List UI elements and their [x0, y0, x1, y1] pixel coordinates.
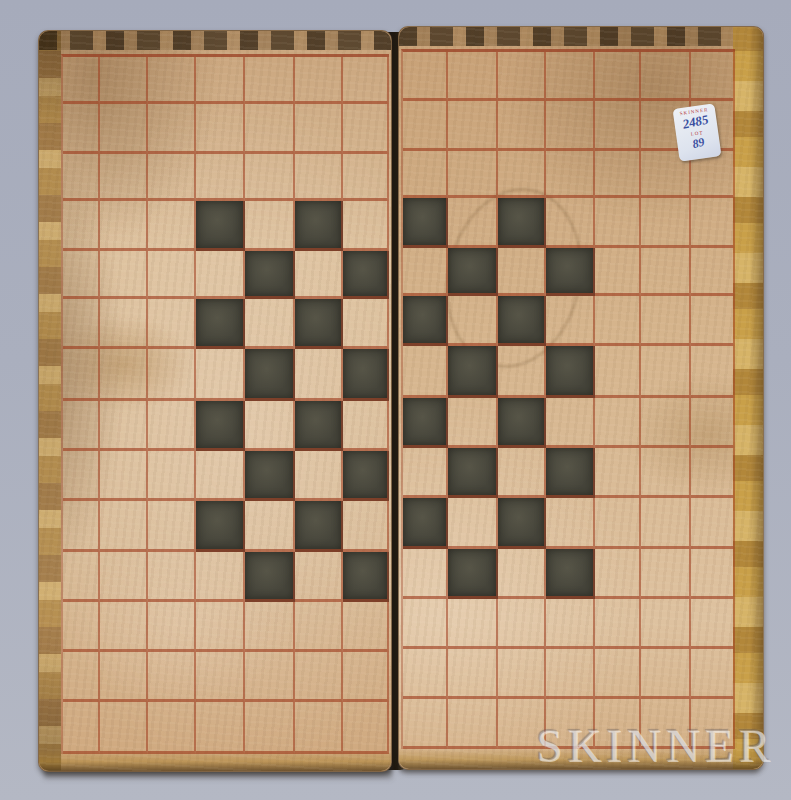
right-cell-r12c7	[691, 599, 735, 649]
left-cell-r9c7	[343, 451, 389, 501]
left-board-grid	[61, 54, 389, 754]
right-cell-r10c1	[403, 498, 448, 549]
left-cell-r3c3	[148, 154, 196, 201]
left-cell-r14c1	[63, 702, 100, 754]
left-cell-r8c7	[343, 401, 389, 451]
left-cell-r14c4	[196, 702, 245, 754]
left-cell-r13c6	[295, 652, 343, 702]
right-cell-r13c1	[403, 649, 448, 699]
left-cell-r10c7	[343, 501, 389, 552]
right-cell-r7c4	[546, 346, 595, 398]
right-cell-r9c1	[403, 448, 448, 498]
right-cell-r1c1	[403, 52, 448, 101]
left-cell-r8c4	[196, 401, 245, 451]
right-cell-r1c2	[448, 52, 498, 101]
left-cell-r7c2	[100, 349, 148, 401]
left-cell-r5c4	[196, 251, 245, 299]
right-cell-r13c5	[595, 649, 641, 699]
left-cell-r6c5	[245, 299, 295, 349]
left-cell-r5c1	[63, 251, 100, 299]
right-cell-r11c5	[595, 549, 641, 599]
left-cell-r4c7	[343, 201, 389, 251]
left-cell-r10c4	[196, 501, 245, 552]
right-cell-r3c3	[498, 151, 546, 198]
right-cell-r6c2	[448, 296, 498, 346]
right-cell-r12c6	[641, 599, 691, 649]
left-cell-r3c7	[343, 154, 389, 201]
right-cell-r11c3	[498, 549, 546, 599]
right-cell-r4c4	[546, 198, 595, 248]
left-cell-r2c6	[295, 104, 343, 154]
left-cell-r4c4	[196, 201, 245, 251]
left-cell-r13c5	[245, 652, 295, 702]
left-cell-r14c2	[100, 702, 148, 754]
left-cell-r7c6	[295, 349, 343, 401]
right-cell-r10c2	[448, 498, 498, 549]
right-cell-r3c2	[448, 151, 498, 198]
right-cell-r5c1	[403, 248, 448, 296]
left-cell-r1c4	[196, 57, 245, 104]
left-cell-r1c5	[245, 57, 295, 104]
left-cell-r8c1	[63, 401, 100, 451]
left-cell-r3c4	[196, 154, 245, 201]
right-cell-r13c7	[691, 649, 735, 699]
left-cell-r3c1	[63, 154, 100, 201]
right-cell-r7c7	[691, 346, 735, 398]
left-cell-r9c1	[63, 451, 100, 501]
right-cell-r1c7	[691, 52, 735, 101]
right-cell-r13c3	[498, 649, 546, 699]
left-cell-r8c5	[245, 401, 295, 451]
right-cell-r8c6	[641, 398, 691, 448]
left-cell-r7c1	[63, 349, 100, 401]
left-cell-r2c7	[343, 104, 389, 154]
left-cell-r2c4	[196, 104, 245, 154]
right-cell-r9c3	[498, 448, 546, 498]
right-cell-r8c5	[595, 398, 641, 448]
left-cell-r6c7	[343, 299, 389, 349]
right-cell-r10c4	[546, 498, 595, 549]
right-cell-r1c5	[595, 52, 641, 101]
left-cell-r4c5	[245, 201, 295, 251]
left-cell-r9c4	[196, 451, 245, 501]
right-cell-r8c3	[498, 398, 546, 448]
right-cell-r6c1	[403, 296, 448, 346]
right-cell-r12c2	[448, 599, 498, 649]
left-cell-r10c5	[245, 501, 295, 552]
right-cell-r3c5	[595, 151, 641, 198]
right-cell-r2c3	[498, 101, 546, 151]
left-cell-r10c2	[100, 501, 148, 552]
auction-lot-sticker: SKINNER 2485 LOT 89	[673, 103, 722, 161]
left-cell-r12c6	[295, 602, 343, 652]
left-cell-r9c2	[100, 451, 148, 501]
right-cell-r10c5	[595, 498, 641, 549]
left-cell-r8c3	[148, 401, 196, 451]
left-cell-r10c3	[148, 501, 196, 552]
left-cell-r12c2	[100, 602, 148, 652]
right-cell-r3c1	[403, 151, 448, 198]
left-cell-r2c3	[148, 104, 196, 154]
right-cell-r7c1	[403, 346, 448, 398]
left-cell-r12c7	[343, 602, 389, 652]
right-cell-r7c5	[595, 346, 641, 398]
right-cell-r6c6	[641, 296, 691, 346]
right-cell-r9c7	[691, 448, 735, 498]
right-cell-r5c2	[448, 248, 498, 296]
right-cell-r2c1	[403, 101, 448, 151]
right-cell-r13c2	[448, 649, 498, 699]
left-cell-r2c5	[245, 104, 295, 154]
right-cell-r12c1	[403, 599, 448, 649]
right-cell-r5c5	[595, 248, 641, 296]
left-cell-r7c7	[343, 349, 389, 401]
left-cell-r9c6	[295, 451, 343, 501]
left-panel-side-edge	[39, 31, 61, 771]
left-cell-r5c6	[295, 251, 343, 299]
right-cell-r6c3	[498, 296, 546, 346]
right-cell-r1c6	[641, 52, 691, 101]
left-cell-r11c6	[295, 552, 343, 602]
left-cell-r10c1	[63, 501, 100, 552]
left-cell-r1c2	[100, 57, 148, 104]
right-cell-r10c6	[641, 498, 691, 549]
right-cell-r4c6	[641, 198, 691, 248]
right-cell-r4c5	[595, 198, 641, 248]
skinner-watermark: SKINNER	[536, 718, 775, 772]
left-board-panel	[38, 30, 392, 772]
right-panel-top-grime	[399, 27, 763, 46]
right-cell-r8c2	[448, 398, 498, 448]
right-cell-r5c6	[641, 248, 691, 296]
right-cell-r2c4	[546, 101, 595, 151]
right-cell-r1c4	[546, 52, 595, 101]
auction-photo: SKINNER 2485 LOT 89 SKINNER	[0, 0, 791, 800]
right-cell-r5c4	[546, 248, 595, 296]
right-cell-r14c1	[403, 699, 448, 749]
left-cell-r8c2	[100, 401, 148, 451]
right-cell-r9c2	[448, 448, 498, 498]
right-cell-r11c6	[641, 549, 691, 599]
left-cell-r5c2	[100, 251, 148, 299]
left-cell-r4c2	[100, 201, 148, 251]
left-cell-r8c6	[295, 401, 343, 451]
left-cell-r14c3	[148, 702, 196, 754]
left-cell-r13c3	[148, 652, 196, 702]
right-cell-r6c4	[546, 296, 595, 346]
right-cell-r13c6	[641, 649, 691, 699]
right-cell-r12c5	[595, 599, 641, 649]
right-cell-r4c7	[691, 198, 735, 248]
left-cell-r11c4	[196, 552, 245, 602]
left-cell-r5c7	[343, 251, 389, 299]
right-cell-r3c4	[546, 151, 595, 198]
left-cell-r9c5	[245, 451, 295, 501]
right-cell-r8c1	[403, 398, 448, 448]
right-cell-r11c7	[691, 549, 735, 599]
left-cell-r5c5	[245, 251, 295, 299]
left-cell-r11c7	[343, 552, 389, 602]
right-cell-r10c7	[691, 498, 735, 549]
right-cell-r4c1	[403, 198, 448, 248]
left-cell-r4c3	[148, 201, 196, 251]
right-cell-r5c3	[498, 248, 546, 296]
right-cell-r7c2	[448, 346, 498, 398]
left-cell-r1c7	[343, 57, 389, 104]
left-cell-r13c1	[63, 652, 100, 702]
left-cell-r5c3	[148, 251, 196, 299]
left-cell-r13c4	[196, 652, 245, 702]
right-cell-r12c3	[498, 599, 546, 649]
right-cell-r4c2	[448, 198, 498, 248]
left-cell-r4c6	[295, 201, 343, 251]
left-cell-r4c1	[63, 201, 100, 251]
left-cell-r6c2	[100, 299, 148, 349]
right-cell-r2c2	[448, 101, 498, 151]
left-cell-r7c5	[245, 349, 295, 401]
left-cell-r3c6	[295, 154, 343, 201]
left-cell-r2c1	[63, 104, 100, 154]
left-cell-r10c6	[295, 501, 343, 552]
right-cell-r9c6	[641, 448, 691, 498]
right-panel-side-edge	[733, 27, 763, 769]
left-cell-r1c3	[148, 57, 196, 104]
right-cell-r9c5	[595, 448, 641, 498]
left-cell-r12c3	[148, 602, 196, 652]
right-cell-r2c5	[595, 101, 641, 151]
left-cell-r2c2	[100, 104, 148, 154]
right-cell-r13c4	[546, 649, 595, 699]
left-cell-r13c2	[100, 652, 148, 702]
left-cell-r1c1	[63, 57, 100, 104]
left-cell-r12c5	[245, 602, 295, 652]
right-cell-r9c4	[546, 448, 595, 498]
left-cell-r12c4	[196, 602, 245, 652]
right-cell-r11c1	[403, 549, 448, 599]
right-cell-r4c3	[498, 198, 546, 248]
right-cell-r11c4	[546, 549, 595, 599]
right-cell-r6c7	[691, 296, 735, 346]
right-cell-r8c4	[546, 398, 595, 448]
left-cell-r7c4	[196, 349, 245, 401]
left-cell-r6c4	[196, 299, 245, 349]
right-cell-r7c3	[498, 346, 546, 398]
right-cell-r5c7	[691, 248, 735, 296]
left-cell-r14c5	[245, 702, 295, 754]
left-cell-r9c3	[148, 451, 196, 501]
left-cell-r11c2	[100, 552, 148, 602]
left-cell-r3c2	[100, 154, 148, 201]
left-cell-r11c1	[63, 552, 100, 602]
left-cell-r6c6	[295, 299, 343, 349]
right-cell-r14c2	[448, 699, 498, 749]
left-cell-r7c3	[148, 349, 196, 401]
left-cell-r14c6	[295, 702, 343, 754]
right-cell-r7c6	[641, 346, 691, 398]
left-cell-r13c7	[343, 652, 389, 702]
left-cell-r11c3	[148, 552, 196, 602]
left-cell-r6c1	[63, 299, 100, 349]
left-panel-top-grime	[39, 31, 391, 50]
right-cell-r8c7	[691, 398, 735, 448]
left-cell-r12c1	[63, 602, 100, 652]
left-cell-r6c3	[148, 299, 196, 349]
right-cell-r1c3	[498, 52, 546, 101]
right-cell-r6c5	[595, 296, 641, 346]
right-cell-r10c3	[498, 498, 546, 549]
right-cell-r11c2	[448, 549, 498, 599]
left-cell-r3c5	[245, 154, 295, 201]
left-cell-r11c5	[245, 552, 295, 602]
left-cell-r1c6	[295, 57, 343, 104]
left-cell-r14c7	[343, 702, 389, 754]
right-cell-r12c4	[546, 599, 595, 649]
